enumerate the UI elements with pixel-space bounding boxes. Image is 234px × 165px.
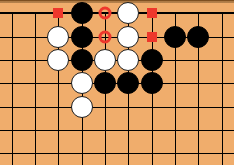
white-stone xyxy=(47,26,69,48)
black-stone xyxy=(187,26,209,48)
black-stone xyxy=(164,26,186,48)
grid-horizontal-line xyxy=(0,107,234,108)
red-circle-mark xyxy=(98,7,111,20)
go-board[interactable] xyxy=(0,0,234,165)
red-square-mark xyxy=(147,32,157,42)
white-stone xyxy=(117,26,139,48)
black-stone xyxy=(71,2,93,24)
white-stone xyxy=(117,2,139,24)
grid-vertical-line xyxy=(222,13,223,165)
board-top-edge xyxy=(0,0,234,3)
red-square-mark xyxy=(147,8,157,18)
white-stone xyxy=(71,96,93,118)
grid-horizontal-line xyxy=(0,130,234,131)
white-stone xyxy=(94,49,116,71)
white-stone xyxy=(117,49,139,71)
black-stone xyxy=(141,72,163,94)
black-stone xyxy=(141,49,163,71)
grid-vertical-line xyxy=(12,13,13,165)
black-stone xyxy=(71,49,93,71)
red-square-mark xyxy=(53,8,63,18)
black-stone xyxy=(117,72,139,94)
black-stone xyxy=(94,72,116,94)
white-stone xyxy=(47,49,69,71)
grid-vertical-line xyxy=(35,13,36,165)
grid-horizontal-line xyxy=(0,153,234,154)
red-circle-mark xyxy=(98,30,111,43)
white-stone xyxy=(71,72,93,94)
black-stone xyxy=(71,26,93,48)
